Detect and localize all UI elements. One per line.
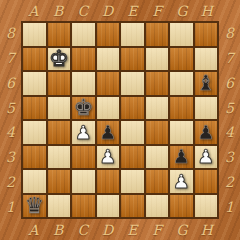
square-c3[interactable]: [72, 146, 95, 169]
file-label-f: F: [145, 219, 170, 240]
rank-label-2: 2: [219, 170, 240, 195]
square-h5[interactable]: [195, 97, 218, 120]
square-a2[interactable]: [23, 170, 46, 193]
square-c4[interactable]: ♟: [72, 121, 95, 144]
square-d4[interactable]: ♟: [97, 121, 120, 144]
square-e3[interactable]: [121, 146, 144, 169]
piece-black-pawn[interactable]: ♟: [173, 147, 190, 166]
square-b5[interactable]: [48, 97, 71, 120]
piece-white-king[interactable]: ♚: [49, 48, 69, 70]
square-b2[interactable]: [48, 170, 71, 193]
rank-label-5: 5: [0, 95, 21, 120]
square-d8[interactable]: [97, 23, 120, 46]
square-d7[interactable]: [97, 48, 120, 71]
square-h8[interactable]: [195, 23, 218, 46]
square-e6[interactable]: [121, 72, 144, 95]
piece-black-bishop[interactable]: ♝: [196, 73, 215, 94]
square-d6[interactable]: [97, 72, 120, 95]
rank-label-8: 8: [219, 21, 240, 46]
square-c6[interactable]: [72, 72, 95, 95]
file-label-h: H: [194, 219, 219, 240]
rank-labels-right: 87654321: [219, 21, 240, 219]
rank-label-7: 7: [219, 46, 240, 71]
rank-label-6: 6: [219, 71, 240, 96]
rank-label-6: 6: [0, 71, 21, 96]
square-b3[interactable]: [48, 146, 71, 169]
square-h1[interactable]: [195, 195, 218, 218]
square-h6[interactable]: ♝: [195, 72, 218, 95]
chess-app: ABCDEFGH ABCDEFGH 87654321 87654321 ♚♝♚♟…: [0, 0, 240, 240]
square-f6[interactable]: [146, 72, 169, 95]
rank-labels-left: 87654321: [0, 21, 21, 219]
square-h4[interactable]: ♟: [195, 121, 218, 144]
file-label-h: H: [194, 0, 219, 21]
square-f2[interactable]: [146, 170, 169, 193]
file-label-e: E: [120, 219, 145, 240]
square-f3[interactable]: [146, 146, 169, 169]
square-c2[interactable]: [72, 170, 95, 193]
rank-label-4: 4: [0, 120, 21, 145]
file-label-d: D: [95, 0, 120, 21]
rank-label-3: 3: [0, 145, 21, 170]
piece-white-pawn[interactable]: ♟: [75, 123, 92, 142]
piece-white-pawn[interactable]: ♟: [173, 172, 190, 191]
rank-label-2: 2: [0, 170, 21, 195]
square-e1[interactable]: [121, 195, 144, 218]
file-labels-bottom: ABCDEFGH: [21, 219, 219, 240]
square-g2[interactable]: ♟: [170, 170, 193, 193]
square-a1[interactable]: ♛: [23, 195, 46, 218]
piece-black-pawn[interactable]: ♟: [99, 123, 116, 142]
file-labels-top: ABCDEFGH: [21, 0, 219, 21]
rank-label-8: 8: [0, 21, 21, 46]
file-label-b: B: [46, 0, 71, 21]
file-label-a: A: [21, 219, 46, 240]
piece-white-pawn[interactable]: ♟: [197, 147, 214, 166]
square-e5[interactable]: [121, 97, 144, 120]
rank-label-3: 3: [219, 145, 240, 170]
square-g7[interactable]: [170, 48, 193, 71]
rank-label-7: 7: [0, 46, 21, 71]
file-label-e: E: [120, 0, 145, 21]
square-g8[interactable]: [170, 23, 193, 46]
file-label-d: D: [95, 219, 120, 240]
square-h3[interactable]: ♟: [195, 146, 218, 169]
square-a7[interactable]: [23, 48, 46, 71]
file-label-b: B: [46, 219, 71, 240]
square-b4[interactable]: [48, 121, 71, 144]
square-e7[interactable]: [121, 48, 144, 71]
square-f5[interactable]: [146, 97, 169, 120]
square-h7[interactable]: [195, 48, 218, 71]
square-d3[interactable]: ♟: [97, 146, 120, 169]
rank-label-1: 1: [219, 194, 240, 219]
square-g3[interactable]: ♟: [170, 146, 193, 169]
piece-black-pawn[interactable]: ♟: [197, 123, 214, 142]
square-e4[interactable]: [121, 121, 144, 144]
rank-label-4: 4: [219, 120, 240, 145]
square-f1[interactable]: [146, 195, 169, 218]
piece-black-queen[interactable]: ♛: [24, 195, 44, 217]
square-c7[interactable]: [72, 48, 95, 71]
square-a3[interactable]: [23, 146, 46, 169]
file-label-c: C: [71, 219, 96, 240]
square-d2[interactable]: [97, 170, 120, 193]
square-a8[interactable]: [23, 23, 46, 46]
square-e2[interactable]: [121, 170, 144, 193]
square-a4[interactable]: [23, 121, 46, 144]
square-c1[interactable]: [72, 195, 95, 218]
rank-label-1: 1: [0, 194, 21, 219]
square-e8[interactable]: [121, 23, 144, 46]
piece-white-pawn[interactable]: ♟: [99, 147, 116, 166]
square-f4[interactable]: [146, 121, 169, 144]
square-b6[interactable]: [48, 72, 71, 95]
file-label-g: G: [170, 0, 195, 21]
square-a6[interactable]: [23, 72, 46, 95]
square-d1[interactable]: [97, 195, 120, 218]
file-label-a: A: [21, 0, 46, 21]
square-g5[interactable]: [170, 97, 193, 120]
square-f8[interactable]: [146, 23, 169, 46]
square-c8[interactable]: [72, 23, 95, 46]
piece-black-king[interactable]: ♚: [73, 97, 93, 119]
square-c5[interactable]: ♚: [72, 97, 95, 120]
square-g1[interactable]: [170, 195, 193, 218]
square-h2[interactable]: [195, 170, 218, 193]
square-b8[interactable]: [48, 23, 71, 46]
rank-label-5: 5: [219, 95, 240, 120]
square-g4[interactable]: [170, 121, 193, 144]
square-f7[interactable]: [146, 48, 169, 71]
file-label-c: C: [71, 0, 96, 21]
chess-board[interactable]: ♚♝♚♟♟♟♟♟♟♟♛: [21, 21, 219, 219]
file-label-g: G: [170, 219, 195, 240]
square-b1[interactable]: [48, 195, 71, 218]
square-g6[interactable]: [170, 72, 193, 95]
square-b7[interactable]: ♚: [48, 48, 71, 71]
square-d5[interactable]: [97, 97, 120, 120]
file-label-f: F: [145, 0, 170, 21]
square-a5[interactable]: [23, 97, 46, 120]
